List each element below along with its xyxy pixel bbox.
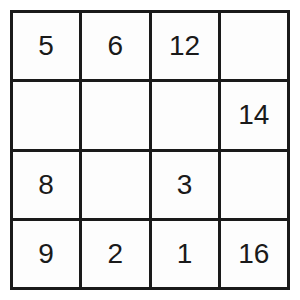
cell-r3c3[interactable]: 3	[152, 152, 218, 218]
cell-r4c4[interactable]: 16	[221, 221, 287, 287]
cell-r4c3[interactable]: 1	[152, 221, 218, 287]
cell-r2c3[interactable]	[152, 82, 218, 148]
cell-r1c1[interactable]: 5	[13, 13, 79, 79]
cell-r3c2[interactable]	[82, 152, 148, 218]
cell-r4c2[interactable]: 2	[82, 221, 148, 287]
cell-r1c3[interactable]: 12	[152, 13, 218, 79]
cell-r1c2[interactable]: 6	[82, 13, 148, 79]
cell-r4c1[interactable]: 9	[13, 221, 79, 287]
cell-r3c4[interactable]	[221, 152, 287, 218]
board: 5 6 12 14 8 3 9 2 1 16	[10, 10, 290, 290]
puzzle-page: 5 6 12 14 8 3 9 2 1 16	[0, 0, 300, 300]
cell-r1c4[interactable]	[221, 13, 287, 79]
cell-r2c4[interactable]: 14	[221, 82, 287, 148]
cell-r2c1[interactable]	[13, 82, 79, 148]
cell-r2c2[interactable]	[82, 82, 148, 148]
cell-r3c1[interactable]: 8	[13, 152, 79, 218]
